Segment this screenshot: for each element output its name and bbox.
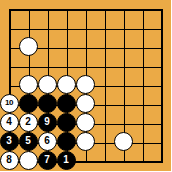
point-J5[interactable] bbox=[153, 77, 172, 96]
stone-black-D2 bbox=[57, 132, 76, 151]
point-B7 bbox=[20, 39, 39, 58]
point-F2[interactable] bbox=[96, 134, 115, 153]
point-J9[interactable] bbox=[153, 1, 172, 20]
point-G6[interactable] bbox=[115, 58, 134, 77]
point-J4[interactable] bbox=[153, 96, 172, 115]
point-H1[interactable] bbox=[134, 153, 153, 172]
point-D8[interactable] bbox=[58, 20, 77, 39]
move-number-1: 1 bbox=[63, 155, 69, 165]
point-A1: 8 bbox=[1, 153, 20, 172]
point-C7[interactable] bbox=[39, 39, 58, 58]
point-A7[interactable] bbox=[1, 39, 20, 58]
stone-white-E2 bbox=[76, 132, 95, 151]
stone-white-E3 bbox=[76, 113, 95, 132]
go-board-diagram: 10429356871 bbox=[0, 0, 171, 171]
stone-black-D3 bbox=[57, 113, 76, 132]
point-J8[interactable] bbox=[153, 20, 172, 39]
point-J6[interactable] bbox=[153, 58, 172, 77]
point-A6[interactable] bbox=[1, 58, 20, 77]
point-G5[interactable] bbox=[115, 77, 134, 96]
stone-white-B7 bbox=[19, 37, 38, 56]
stone-white-B5 bbox=[19, 75, 38, 94]
point-F6[interactable] bbox=[96, 58, 115, 77]
point-D1: 1 bbox=[58, 153, 77, 172]
stone-white-C2: 6 bbox=[38, 132, 57, 151]
point-G7[interactable] bbox=[115, 39, 134, 58]
move-number-5: 5 bbox=[25, 136, 31, 146]
point-F9[interactable] bbox=[96, 1, 115, 20]
point-F7[interactable] bbox=[96, 39, 115, 58]
point-J3[interactable] bbox=[153, 115, 172, 134]
point-C8[interactable] bbox=[39, 20, 58, 39]
stone-black-D4 bbox=[57, 94, 76, 113]
point-A8[interactable] bbox=[1, 20, 20, 39]
stone-white-D5 bbox=[57, 75, 76, 94]
move-number-3: 3 bbox=[6, 136, 12, 146]
stone-black-C4 bbox=[38, 94, 57, 113]
point-F4[interactable] bbox=[96, 96, 115, 115]
stone-white-A1: 8 bbox=[0, 151, 19, 170]
point-H9[interactable] bbox=[134, 1, 153, 20]
stone-white-B3: 2 bbox=[19, 113, 38, 132]
move-number-8: 8 bbox=[6, 155, 12, 165]
point-E7[interactable] bbox=[77, 39, 96, 58]
point-F3[interactable] bbox=[96, 115, 115, 134]
stone-white-B1 bbox=[19, 151, 38, 170]
stone-white-E4 bbox=[76, 94, 95, 113]
point-J1[interactable] bbox=[153, 153, 172, 172]
stone-white-A4: 10 bbox=[0, 94, 19, 113]
point-H5[interactable] bbox=[134, 77, 153, 96]
point-G2 bbox=[115, 134, 134, 153]
point-C1: 7 bbox=[39, 153, 58, 172]
stone-black-C3: 9 bbox=[38, 113, 57, 132]
point-A9[interactable] bbox=[1, 1, 20, 20]
point-H3[interactable] bbox=[134, 115, 153, 134]
point-G1[interactable] bbox=[115, 153, 134, 172]
point-D9[interactable] bbox=[58, 1, 77, 20]
move-number-4: 4 bbox=[6, 117, 12, 127]
point-F5[interactable] bbox=[96, 77, 115, 96]
point-E8[interactable] bbox=[77, 20, 96, 39]
point-H6[interactable] bbox=[134, 58, 153, 77]
point-J2[interactable] bbox=[153, 134, 172, 153]
point-G4[interactable] bbox=[115, 96, 134, 115]
point-D7[interactable] bbox=[58, 39, 77, 58]
point-H4[interactable] bbox=[134, 96, 153, 115]
stone-white-C5 bbox=[38, 75, 57, 94]
point-E9[interactable] bbox=[77, 1, 96, 20]
point-C9[interactable] bbox=[39, 1, 58, 20]
point-E2 bbox=[77, 134, 96, 153]
point-F8[interactable] bbox=[96, 20, 115, 39]
stone-black-B2: 5 bbox=[19, 132, 38, 151]
stone-white-E5 bbox=[76, 75, 95, 94]
stone-black-A2: 3 bbox=[0, 132, 19, 151]
stone-white-A3: 4 bbox=[0, 113, 19, 132]
point-G8[interactable] bbox=[115, 20, 134, 39]
stone-white-G2 bbox=[114, 132, 133, 151]
point-H8[interactable] bbox=[134, 20, 153, 39]
stone-black-D1: 1 bbox=[57, 151, 76, 170]
stone-black-C1: 7 bbox=[38, 151, 57, 170]
move-number-9: 9 bbox=[44, 117, 50, 127]
point-J7[interactable] bbox=[153, 39, 172, 58]
move-number-7: 7 bbox=[44, 155, 50, 165]
stone-black-B4 bbox=[19, 94, 38, 113]
point-G9[interactable] bbox=[115, 1, 134, 20]
move-number-10: 10 bbox=[5, 99, 13, 107]
move-number-2: 2 bbox=[25, 117, 31, 127]
point-B1 bbox=[20, 153, 39, 172]
move-number-6: 6 bbox=[44, 136, 50, 146]
point-E1[interactable] bbox=[77, 153, 96, 172]
point-B9[interactable] bbox=[20, 1, 39, 20]
board-grid: 10429356871 bbox=[1, 1, 172, 172]
point-F1[interactable] bbox=[96, 153, 115, 172]
point-H2[interactable] bbox=[134, 134, 153, 153]
point-H7[interactable] bbox=[134, 39, 153, 58]
